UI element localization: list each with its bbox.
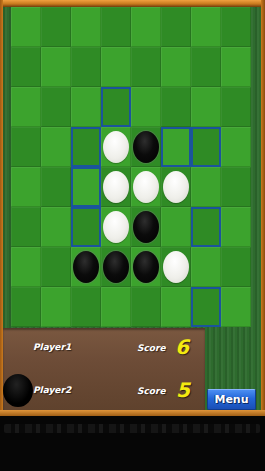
board-cell[interactable] xyxy=(221,127,251,167)
black-disc xyxy=(103,251,129,283)
player2-score-label: Score xyxy=(137,386,166,396)
board-cell[interactable] xyxy=(221,87,251,127)
othello-app-screen: Player1 Score 6 Player2 Score 5 Menu xyxy=(0,0,265,471)
player1-score-value: 6 xyxy=(175,337,189,357)
board-cell[interactable] xyxy=(221,247,251,287)
board-cell[interactable] xyxy=(131,87,161,127)
legal-move-cell[interactable] xyxy=(161,127,191,167)
white-disc xyxy=(103,171,129,203)
board-cell[interactable] xyxy=(11,247,41,287)
board-cell[interactable] xyxy=(71,247,101,287)
board-cell[interactable] xyxy=(101,47,131,87)
board-cell[interactable] xyxy=(41,207,71,247)
board-cell[interactable] xyxy=(131,207,161,247)
board-cell[interactable] xyxy=(161,287,191,327)
black-disc xyxy=(133,251,159,283)
white-disc xyxy=(163,171,189,203)
board-cell[interactable] xyxy=(191,247,221,287)
board-cell[interactable] xyxy=(101,7,131,47)
board-cell[interactable] xyxy=(161,7,191,47)
board-cell[interactable] xyxy=(191,7,221,47)
board-cell[interactable] xyxy=(41,287,71,327)
frame-bottom-border xyxy=(0,410,265,416)
board-cell[interactable] xyxy=(101,247,131,287)
board-cell[interactable] xyxy=(221,207,251,247)
legal-move-cell[interactable] xyxy=(191,207,221,247)
board-cell[interactable] xyxy=(161,247,191,287)
board-cell[interactable] xyxy=(41,247,71,287)
frame-top-border xyxy=(0,0,265,7)
board-cell[interactable] xyxy=(191,47,221,87)
board-cell[interactable] xyxy=(101,127,131,167)
score-panel: Player1 Score 6 Player2 Score 5 xyxy=(3,328,205,410)
board-cell[interactable] xyxy=(11,47,41,87)
black-disc xyxy=(133,131,159,163)
ad-banner-illegible-text xyxy=(4,424,260,433)
menu-button-label: Menu xyxy=(214,393,248,406)
board-cell[interactable] xyxy=(221,47,251,87)
board-cell[interactable] xyxy=(101,287,131,327)
board-cell[interactable] xyxy=(221,167,251,207)
board-cell[interactable] xyxy=(71,287,101,327)
white-disc xyxy=(103,131,129,163)
board-cell[interactable] xyxy=(41,127,71,167)
board-cell[interactable] xyxy=(11,287,41,327)
board-cell[interactable] xyxy=(131,47,161,87)
white-disc xyxy=(163,251,189,283)
board-cell[interactable] xyxy=(11,167,41,207)
board-cell[interactable] xyxy=(101,207,131,247)
legal-move-cell[interactable] xyxy=(101,87,131,127)
board-cell[interactable] xyxy=(71,47,101,87)
board-cell[interactable] xyxy=(131,287,161,327)
board-cell[interactable] xyxy=(41,47,71,87)
frame-left-border xyxy=(0,0,3,416)
menu-button[interactable]: Menu xyxy=(207,389,256,410)
black-disc-icon xyxy=(3,374,33,407)
white-disc xyxy=(133,171,159,203)
frame-right-border xyxy=(261,0,265,416)
legal-move-cell[interactable] xyxy=(71,127,101,167)
board-cell[interactable] xyxy=(161,87,191,127)
board-cell[interactable] xyxy=(221,7,251,47)
board-cell[interactable] xyxy=(11,7,41,47)
black-disc xyxy=(73,251,99,283)
board-cell[interactable] xyxy=(191,167,221,207)
board-cell[interactable] xyxy=(11,127,41,167)
board-cell[interactable] xyxy=(41,7,71,47)
legal-move-cell[interactable] xyxy=(191,287,221,327)
legal-move-cell[interactable] xyxy=(71,207,101,247)
board-cell[interactable] xyxy=(41,167,71,207)
board-cell[interactable] xyxy=(161,167,191,207)
board-cell[interactable] xyxy=(41,87,71,127)
board-cell[interactable] xyxy=(101,167,131,207)
player2-name: Player2 xyxy=(33,385,71,395)
white-disc xyxy=(103,211,129,243)
board-cell[interactable] xyxy=(221,287,251,327)
board-cell[interactable] xyxy=(11,87,41,127)
board-cell[interactable] xyxy=(131,7,161,47)
board-cell[interactable] xyxy=(161,207,191,247)
othello-board xyxy=(11,7,251,327)
legal-move-cell[interactable] xyxy=(71,167,101,207)
player1-name: Player1 xyxy=(33,342,71,352)
board-cell[interactable] xyxy=(71,7,101,47)
board-cell[interactable] xyxy=(71,87,101,127)
board-cell[interactable] xyxy=(161,47,191,87)
legal-move-cell[interactable] xyxy=(191,127,221,167)
player1-score-label: Score xyxy=(137,343,166,353)
board-cell[interactable] xyxy=(131,127,161,167)
board-cell[interactable] xyxy=(11,207,41,247)
black-disc xyxy=(133,211,159,243)
board-cell[interactable] xyxy=(131,247,161,287)
player2-score-value: 5 xyxy=(176,380,190,400)
board-cell[interactable] xyxy=(131,167,161,207)
ad-banner[interactable] xyxy=(0,416,265,471)
board-cell[interactable] xyxy=(191,87,221,127)
